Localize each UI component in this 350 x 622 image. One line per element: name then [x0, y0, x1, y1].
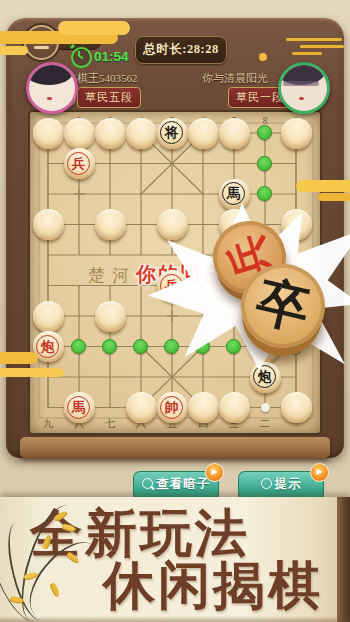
- gold-cloud-right: [296, 180, 350, 192]
- hidden-piece-f3r7[interactable]: [95, 301, 126, 332]
- hidden-piece-f9r1[interactable]: [281, 118, 312, 149]
- magnifier-icon: [142, 478, 153, 489]
- board-ledge: [20, 437, 330, 458]
- hidden-piece-f7r10[interactable]: [219, 392, 250, 423]
- video-ad-badge[interactable]: ▶: [205, 463, 224, 482]
- hint-icon: [261, 478, 272, 489]
- black-piece-炮-f8r9[interactable]: 炮: [250, 362, 281, 393]
- red-piece-馬-f2r10[interactable]: 馬: [64, 392, 95, 423]
- legal-move-dot[interactable]: [164, 339, 179, 354]
- black-piece-将-f5r1[interactable]: 将: [157, 118, 188, 149]
- gold-cloud-left: [0, 352, 38, 364]
- hidden-piece-f9r10[interactable]: [281, 392, 312, 423]
- hidden-piece-f4r1[interactable]: [126, 118, 157, 149]
- move-timer: 01:54: [94, 49, 129, 64]
- app-screen: 菜单 01:54 总时长:28:28 棋王5403562 草民五段 你与清晨阳光…: [0, 0, 350, 622]
- legal-move-dot[interactable]: [133, 339, 148, 354]
- right-player-name: 你与清晨阳光: [150, 71, 268, 86]
- legal-move-dot[interactable]: [226, 339, 241, 354]
- last-move-dot: [261, 403, 270, 412]
- hidden-piece-f2r1[interactable]: [64, 118, 95, 149]
- hidden-piece-f4r10[interactable]: [126, 392, 157, 423]
- banner-line2: 休闲揭棋: [103, 551, 323, 621]
- left-player-rank: 草民五段: [77, 87, 141, 108]
- hidden-piece-f1r1[interactable]: [33, 118, 64, 149]
- hidden-piece-f3r1[interactable]: [95, 118, 126, 149]
- file-label-bottom: 九: [41, 417, 55, 431]
- legal-move-dot[interactable]: [257, 125, 272, 140]
- file-label-bottom: 二: [258, 417, 272, 431]
- gold-dot-decoration: [259, 53, 267, 61]
- hidden-piece-f6r1[interactable]: [188, 118, 219, 149]
- hidden-piece-f5r4[interactable]: [157, 209, 188, 240]
- red-piece-帥-f5r10[interactable]: 帥: [157, 392, 188, 423]
- point-marker: [167, 311, 178, 322]
- hidden-piece-f6r10[interactable]: [188, 392, 219, 423]
- right-player-avatar[interactable]: [278, 62, 330, 114]
- scroll-rod: [337, 497, 350, 622]
- promo-banner: 全新玩法 休闲揭棋: [0, 497, 350, 622]
- legal-move-dot[interactable]: [71, 339, 86, 354]
- alarm-clock-icon: [71, 47, 92, 68]
- legal-move-dot[interactable]: [257, 156, 272, 171]
- river-label: 楚河: [88, 264, 136, 287]
- video-ad-badge[interactable]: ▶: [310, 463, 329, 482]
- hidden-piece-f7r1[interactable]: [219, 118, 250, 149]
- point-marker: [74, 189, 85, 200]
- left-player-avatar[interactable]: [26, 62, 78, 114]
- hidden-piece-f1r7[interactable]: [33, 301, 64, 332]
- hidden-piece-f3r4[interactable]: [95, 209, 126, 240]
- legal-move-dot[interactable]: [102, 339, 117, 354]
- total-time-plaque: 总时长:28:28: [135, 36, 227, 64]
- red-piece-兵-f2r2[interactable]: 兵: [64, 148, 95, 179]
- legal-move-dot[interactable]: [257, 186, 272, 201]
- black-piece-馬-f7r3[interactable]: 馬: [219, 179, 250, 210]
- gold-cloud-line: [286, 38, 342, 41]
- hidden-piece-f1r4[interactable]: [33, 209, 64, 240]
- file-label-bottom: 七: [103, 417, 117, 431]
